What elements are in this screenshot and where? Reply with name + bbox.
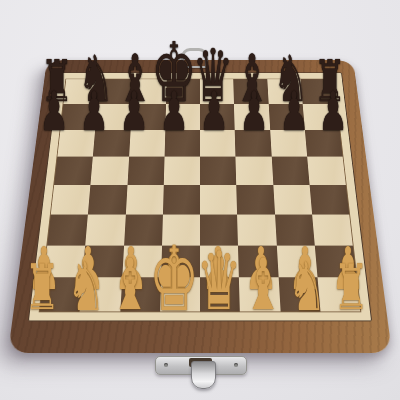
piece-dark-pawn-d7[interactable]: ♟ [159, 85, 189, 139]
piece-light-rook-h1[interactable]: ♜ [333, 257, 368, 320]
square-f5[interactable] [236, 157, 273, 185]
square-a4[interactable] [51, 185, 91, 214]
piece-dark-pawn-a7[interactable]: ♟ [39, 85, 69, 139]
piece-light-knight-b1[interactable]: ♞ [67, 252, 105, 320]
square-a5[interactable] [54, 157, 93, 185]
square-b5[interactable] [91, 157, 129, 185]
square-e5[interactable] [200, 157, 236, 185]
square-c4[interactable] [125, 185, 163, 214]
latch-screw-left [164, 363, 168, 367]
piece-light-bishop-c1[interactable]: ♝ [111, 250, 150, 320]
square-e4[interactable] [200, 185, 237, 214]
square-h5[interactable] [307, 157, 346, 185]
square-h4[interactable] [309, 185, 349, 214]
piece-light-queen-e1[interactable]: ♛ [196, 241, 241, 322]
piece-light-bishop-f1[interactable]: ♝ [243, 250, 282, 320]
latch-screw-right [234, 363, 238, 367]
piece-dark-pawn-c7[interactable]: ♟ [119, 85, 149, 139]
square-d4[interactable] [163, 185, 200, 214]
piece-light-knight-g1[interactable]: ♞ [288, 252, 326, 320]
piece-dark-pawn-b7[interactable]: ♟ [79, 85, 109, 139]
square-g4[interactable] [273, 185, 312, 214]
piece-light-king-d1[interactable]: ♚ [149, 234, 199, 324]
square-c5[interactable] [127, 157, 164, 185]
piece-dark-pawn-e7[interactable]: ♟ [199, 85, 229, 139]
square-f4[interactable] [236, 185, 274, 214]
piece-dark-pawn-g7[interactable]: ♟ [278, 85, 308, 139]
square-g5[interactable] [271, 157, 309, 185]
piece-dark-pawn-f7[interactable]: ♟ [239, 85, 269, 139]
piece-light-rook-a1[interactable]: ♜ [24, 257, 59, 320]
piece-dark-pawn-h7[interactable]: ♟ [318, 85, 348, 139]
photo-scene: ♜♞♝♚♛♝♞♜♟♟♟♟♟♟♟♟♟♟♟♟♟♟♟♟♜♞♝♚♛♝♞♜ [0, 0, 400, 400]
square-b4[interactable] [88, 185, 127, 214]
square-d5[interactable] [164, 157, 200, 185]
latch-hook-icon[interactable] [191, 361, 216, 389]
